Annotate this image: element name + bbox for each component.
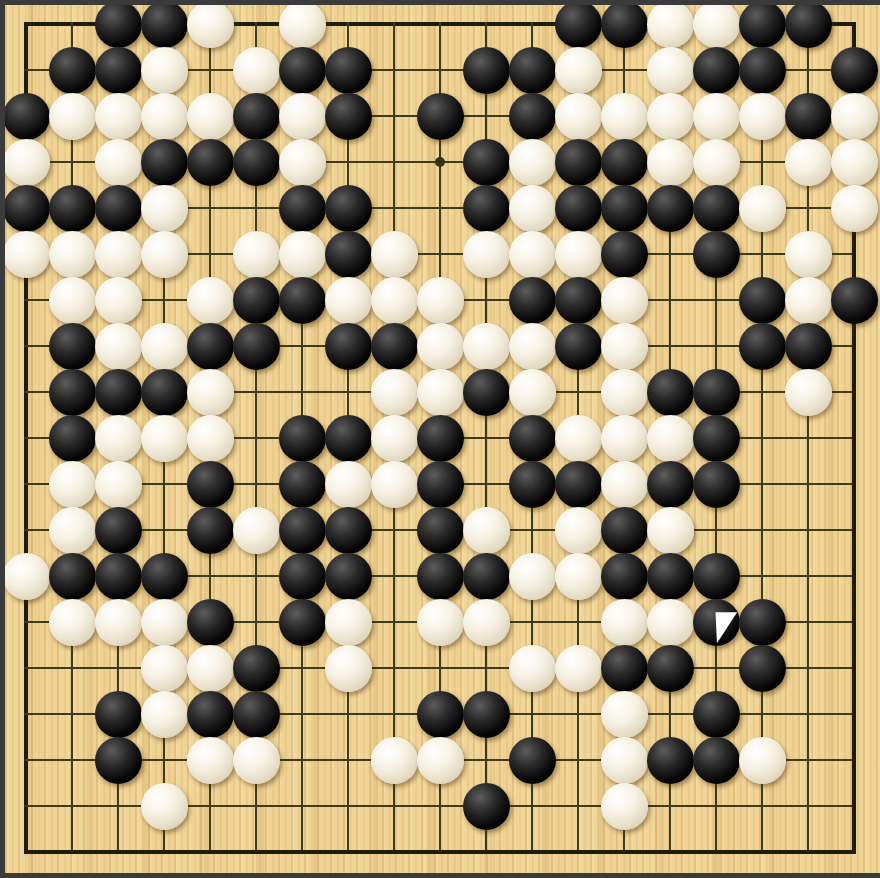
white-stone-C17 [95,93,142,140]
white-stone-D10 [141,415,188,462]
white-stone-B6 [49,599,96,646]
go-board-screenshot [0,0,880,878]
white-stone-O13 [601,277,648,324]
white-stone-E5 [187,645,234,692]
black-stone-H12 [325,323,372,370]
black-stone-B7 [49,553,96,600]
white-stone-D5 [141,645,188,692]
white-stone-F14 [233,231,280,278]
black-stone-R12 [739,323,786,370]
black-stone-R13 [739,277,786,324]
white-stone-G17 [279,93,326,140]
white-stone-T15 [831,185,878,232]
black-stone-C8 [95,507,142,554]
white-stone-M16 [509,139,556,186]
white-stone-J3 [371,737,418,784]
black-stone-P11 [647,369,694,416]
white-stone-M14 [509,231,556,278]
black-stone-J12 [371,323,418,370]
white-stone-O9 [601,461,648,508]
black-stone-R19 [739,5,786,48]
white-stone-J11 [371,369,418,416]
black-stone-D16 [141,139,188,186]
black-stone-C18 [95,47,142,94]
black-stone-Q18 [693,47,740,94]
white-stone-A16 [5,139,50,186]
white-stone-G19 [279,5,326,48]
black-stone-H10 [325,415,372,462]
white-stone-M15 [509,185,556,232]
white-stone-D14 [141,231,188,278]
black-stone-C19 [95,5,142,48]
white-stone-P17 [647,93,694,140]
black-stone-S17 [785,93,832,140]
white-stone-D6 [141,599,188,646]
black-stone-D7 [141,553,188,600]
white-stone-E11 [187,369,234,416]
white-stone-D2 [141,783,188,830]
black-stone-G18 [279,47,326,94]
white-stone-S16 [785,139,832,186]
black-stone-B12 [49,323,96,370]
grid-line-horizontal [24,850,856,854]
black-stone-C4 [95,691,142,738]
black-stone-K17 [417,93,464,140]
white-stone-Q19 [693,5,740,48]
black-stone-C7 [95,553,142,600]
white-stone-B17 [49,93,96,140]
white-stone-P16 [647,139,694,186]
black-stone-N12 [555,323,602,370]
last-move-triangle-marker [693,599,740,646]
black-stone-P5 [647,645,694,692]
white-stone-C13 [95,277,142,324]
black-stone-K8 [417,507,464,554]
black-stone-P15 [647,185,694,232]
black-stone-M9 [509,461,556,508]
black-stone-K7 [417,553,464,600]
black-stone-Q4 [693,691,740,738]
black-stone-L2 [463,783,510,830]
white-stone-C14 [95,231,142,278]
white-stone-H9 [325,461,372,508]
black-stone-G10 [279,415,326,462]
black-stone-D11 [141,369,188,416]
black-stone-H15 [325,185,372,232]
white-stone-K13 [417,277,464,324]
white-stone-A14 [5,231,50,278]
white-stone-R17 [739,93,786,140]
black-stone-K9 [417,461,464,508]
white-stone-M7 [509,553,556,600]
black-stone-G15 [279,185,326,232]
white-stone-D17 [141,93,188,140]
black-stone-O7 [601,553,648,600]
white-stone-J14 [371,231,418,278]
black-stone-Q7 [693,553,740,600]
white-stone-M11 [509,369,556,416]
black-stone-F4 [233,691,280,738]
white-stone-M12 [509,323,556,370]
white-stone-D12 [141,323,188,370]
white-stone-R3 [739,737,786,784]
black-stone-O19 [601,5,648,48]
black-stone-M13 [509,277,556,324]
white-stone-E17 [187,93,234,140]
black-stone-M3 [509,737,556,784]
white-stone-B14 [49,231,96,278]
white-stone-C9 [95,461,142,508]
white-stone-C6 [95,599,142,646]
black-stone-F12 [233,323,280,370]
white-stone-K3 [417,737,464,784]
black-stone-G6 [279,599,326,646]
white-stone-K11 [417,369,464,416]
white-stone-D18 [141,47,188,94]
black-stone-E12 [187,323,234,370]
black-stone-B11 [49,369,96,416]
black-stone-O14 [601,231,648,278]
black-stone-P3 [647,737,694,784]
white-stone-D15 [141,185,188,232]
black-stone-F16 [233,139,280,186]
black-stone-G13 [279,277,326,324]
white-stone-O12 [601,323,648,370]
white-stone-C10 [95,415,142,462]
white-stone-B9 [49,461,96,508]
black-stone-K10 [417,415,464,462]
white-stone-N5 [555,645,602,692]
black-stone-A15 [5,185,50,232]
black-stone-H8 [325,507,372,554]
white-stone-E3 [187,737,234,784]
black-stone-T18 [831,47,878,94]
black-stone-B10 [49,415,96,462]
white-stone-L14 [463,231,510,278]
black-stone-Q6 [693,599,740,646]
black-stone-H7 [325,553,372,600]
black-stone-L18 [463,47,510,94]
white-stone-F3 [233,737,280,784]
black-stone-O16 [601,139,648,186]
black-stone-Q9 [693,461,740,508]
black-stone-G9 [279,461,326,508]
white-stone-P18 [647,47,694,94]
white-stone-J9 [371,461,418,508]
white-stone-C16 [95,139,142,186]
white-stone-F18 [233,47,280,94]
black-stone-L15 [463,185,510,232]
black-stone-N16 [555,139,602,186]
black-stone-F5 [233,645,280,692]
black-stone-M17 [509,93,556,140]
black-stone-R6 [739,599,786,646]
black-stone-N9 [555,461,602,508]
white-stone-H13 [325,277,372,324]
white-stone-K6 [417,599,464,646]
white-stone-B13 [49,277,96,324]
black-stone-Q15 [693,185,740,232]
goban[interactable] [5,5,880,873]
black-stone-N13 [555,277,602,324]
white-stone-E13 [187,277,234,324]
white-stone-Q16 [693,139,740,186]
white-stone-Q17 [693,93,740,140]
white-stone-E10 [187,415,234,462]
black-stone-H18 [325,47,372,94]
white-stone-O11 [601,369,648,416]
black-stone-D19 [141,5,188,48]
black-stone-T13 [831,277,878,324]
black-stone-C3 [95,737,142,784]
white-stone-N14 [555,231,602,278]
white-stone-O10 [601,415,648,462]
black-stone-L7 [463,553,510,600]
black-stone-G7 [279,553,326,600]
white-stone-N7 [555,553,602,600]
black-stone-S12 [785,323,832,370]
white-stone-G16 [279,139,326,186]
black-stone-L11 [463,369,510,416]
white-stone-S14 [785,231,832,278]
black-stone-O8 [601,507,648,554]
white-stone-O6 [601,599,648,646]
white-stone-P6 [647,599,694,646]
white-stone-L6 [463,599,510,646]
white-stone-R15 [739,185,786,232]
black-stone-E9 [187,461,234,508]
black-stone-B18 [49,47,96,94]
white-stone-A7 [5,553,50,600]
black-stone-Q14 [693,231,740,278]
white-stone-N17 [555,93,602,140]
white-stone-P8 [647,507,694,554]
black-stone-F13 [233,277,280,324]
black-stone-E8 [187,507,234,554]
black-stone-R18 [739,47,786,94]
black-stone-P9 [647,461,694,508]
white-stone-J13 [371,277,418,324]
white-stone-F8 [233,507,280,554]
black-stone-S19 [785,5,832,48]
white-stone-M5 [509,645,556,692]
black-stone-O15 [601,185,648,232]
white-stone-C12 [95,323,142,370]
black-stone-N19 [555,5,602,48]
white-stone-P19 [647,5,694,48]
white-stone-B8 [49,507,96,554]
black-stone-M18 [509,47,556,94]
black-stone-H17 [325,93,372,140]
black-stone-R5 [739,645,786,692]
white-stone-S11 [785,369,832,416]
white-stone-P10 [647,415,694,462]
white-stone-N10 [555,415,602,462]
white-stone-O3 [601,737,648,784]
black-stone-A17 [5,93,50,140]
grid-line-vertical [761,22,763,854]
white-stone-L8 [463,507,510,554]
white-stone-G14 [279,231,326,278]
white-stone-H5 [325,645,372,692]
white-stone-J10 [371,415,418,462]
black-stone-E6 [187,599,234,646]
black-stone-G8 [279,507,326,554]
black-stone-M10 [509,415,556,462]
black-stone-E4 [187,691,234,738]
white-stone-S13 [785,277,832,324]
white-stone-O2 [601,783,648,830]
black-stone-N15 [555,185,602,232]
white-stone-O4 [601,691,648,738]
black-stone-C11 [95,369,142,416]
black-stone-L16 [463,139,510,186]
white-stone-L12 [463,323,510,370]
black-stone-Q11 [693,369,740,416]
black-stone-B15 [49,185,96,232]
white-stone-N18 [555,47,602,94]
white-stone-K12 [417,323,464,370]
black-stone-L4 [463,691,510,738]
star-point [435,157,445,167]
white-stone-D4 [141,691,188,738]
black-stone-H14 [325,231,372,278]
white-stone-E19 [187,5,234,48]
white-stone-T16 [831,139,878,186]
white-stone-N8 [555,507,602,554]
black-stone-O5 [601,645,648,692]
black-stone-Q3 [693,737,740,784]
black-stone-C15 [95,185,142,232]
black-stone-F17 [233,93,280,140]
white-stone-H6 [325,599,372,646]
black-stone-P7 [647,553,694,600]
white-stone-O17 [601,93,648,140]
black-stone-Q10 [693,415,740,462]
white-stone-T17 [831,93,878,140]
black-stone-K4 [417,691,464,738]
black-stone-E16 [187,139,234,186]
